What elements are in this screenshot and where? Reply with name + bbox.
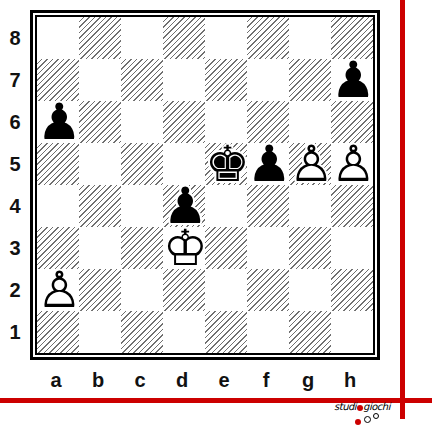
rank-label-7: 7 xyxy=(0,59,30,101)
square-c7 xyxy=(121,59,163,101)
square-h4 xyxy=(331,185,373,227)
square-a2: ♟♙ xyxy=(37,269,79,311)
square-f7 xyxy=(247,59,289,101)
square-c3 xyxy=(121,227,163,269)
square-d6 xyxy=(163,101,205,143)
square-a6: ♟♟ xyxy=(37,101,79,143)
square-b5 xyxy=(79,143,121,185)
square-e3 xyxy=(205,227,247,269)
square-e4 xyxy=(205,185,247,227)
square-e1 xyxy=(205,311,247,353)
square-a1 xyxy=(37,311,79,353)
logo-text: studigiochi xyxy=(334,401,390,412)
square-b6 xyxy=(79,101,121,143)
rank-label-8: 8 xyxy=(0,17,30,59)
square-g3 xyxy=(289,227,331,269)
square-g1 xyxy=(289,311,331,353)
square-a4 xyxy=(37,185,79,227)
rank-label-2: 2 xyxy=(0,269,30,311)
square-b8 xyxy=(79,17,121,59)
square-g8 xyxy=(289,17,331,59)
logo-dot-red xyxy=(355,419,361,425)
board-grid: ♟♟♟♟♚♚♟♟♟♙♟♙♟♟♚♔♟♙ xyxy=(37,17,373,353)
logo-red-o-dot xyxy=(357,405,363,411)
square-c2 xyxy=(121,269,163,311)
square-d2 xyxy=(163,269,205,311)
square-a8 xyxy=(37,17,79,59)
rank-label-1: 1 xyxy=(0,311,30,353)
square-b2 xyxy=(79,269,121,311)
square-g2 xyxy=(289,269,331,311)
square-b3 xyxy=(79,227,121,269)
square-b7 xyxy=(79,59,121,101)
red-crop-line-vertical xyxy=(400,0,405,419)
square-b4 xyxy=(79,185,121,227)
piece-black-pawn: ♟♟ xyxy=(247,143,289,185)
piece-white-pawn: ♟♙ xyxy=(331,143,373,185)
logo-dot-open-1 xyxy=(364,416,371,423)
logo-text-post: giochi xyxy=(363,401,390,412)
piece-black-pawn: ♟♟ xyxy=(331,59,373,101)
piece-white-king: ♚♔ xyxy=(163,227,205,269)
square-e5: ♚♚ xyxy=(205,143,247,185)
square-g4 xyxy=(289,185,331,227)
chess-diagram: 87654321 ♟♟♟♟♚♚♟♟♟♙♟♙♟♟♚♔♟♙ abcdefgh stu… xyxy=(0,0,432,431)
square-c4 xyxy=(121,185,163,227)
file-label-c: c xyxy=(119,366,161,394)
studiogiochi-logo: studigiochi xyxy=(334,400,404,430)
file-label-a: a xyxy=(35,366,77,394)
rank-label-3: 3 xyxy=(0,227,30,269)
square-d3: ♚♔ xyxy=(163,227,205,269)
logo-dot-open-2 xyxy=(373,413,379,419)
rank-label-5: 5 xyxy=(0,143,30,185)
file-labels: abcdefgh xyxy=(35,366,371,394)
rank-label-6: 6 xyxy=(0,101,30,143)
square-f5: ♟♟ xyxy=(247,143,289,185)
square-d7 xyxy=(163,59,205,101)
square-f3 xyxy=(247,227,289,269)
file-label-b: b xyxy=(77,366,119,394)
square-h7: ♟♟ xyxy=(331,59,373,101)
file-label-e: e xyxy=(203,366,245,394)
square-h5: ♟♙ xyxy=(331,143,373,185)
file-label-g: g xyxy=(287,366,329,394)
piece-white-pawn: ♟♙ xyxy=(289,143,331,185)
square-d1 xyxy=(163,311,205,353)
square-e7 xyxy=(205,59,247,101)
file-label-d: d xyxy=(161,366,203,394)
file-label-f: f xyxy=(245,366,287,394)
square-c5 xyxy=(121,143,163,185)
logo-text-pre: studi xyxy=(334,401,356,412)
board-inner-border: ♟♟♟♟♚♚♟♟♟♙♟♙♟♟♚♔♟♙ xyxy=(35,15,375,355)
square-h2 xyxy=(331,269,373,311)
square-e2 xyxy=(205,269,247,311)
square-c1 xyxy=(121,311,163,353)
file-label-h: h xyxy=(329,366,371,394)
square-h1 xyxy=(331,311,373,353)
square-e8 xyxy=(205,17,247,59)
square-d8 xyxy=(163,17,205,59)
square-h3 xyxy=(331,227,373,269)
square-a5 xyxy=(37,143,79,185)
square-c6 xyxy=(121,101,163,143)
square-c8 xyxy=(121,17,163,59)
square-b1 xyxy=(79,311,121,353)
square-f8 xyxy=(247,17,289,59)
square-g7 xyxy=(289,59,331,101)
rank-label-4: 4 xyxy=(0,185,30,227)
chess-board: ♟♟♟♟♚♚♟♟♟♙♟♙♟♟♚♔♟♙ xyxy=(30,10,380,360)
square-g5: ♟♙ xyxy=(289,143,331,185)
square-f1 xyxy=(247,311,289,353)
piece-black-pawn: ♟♟ xyxy=(37,101,79,143)
piece-black-king: ♚♚ xyxy=(205,143,247,185)
square-f2 xyxy=(247,269,289,311)
rank-labels: 87654321 xyxy=(0,17,30,353)
piece-white-pawn: ♟♙ xyxy=(37,269,79,311)
square-f4 xyxy=(247,185,289,227)
